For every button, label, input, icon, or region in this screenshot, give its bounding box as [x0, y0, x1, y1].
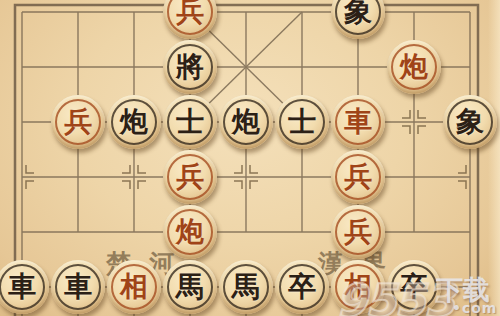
piece-black-elephant[interactable]: 象: [443, 95, 497, 149]
piece-red-cannon[interactable]: 炮: [163, 205, 217, 259]
piece-red-soldier[interactable]: 兵: [331, 150, 385, 204]
piece-red-soldier[interactable]: 兵: [331, 205, 385, 259]
piece-black-cannon[interactable]: 炮: [219, 95, 273, 149]
piece-black-horse[interactable]: 馬: [219, 260, 273, 314]
piece-black-elephant[interactable]: 象: [331, 0, 385, 39]
piece-black-horse[interactable]: 馬: [163, 260, 217, 314]
piece-red-soldier[interactable]: 兵: [51, 95, 105, 149]
piece-red-elephant[interactable]: 相: [331, 260, 385, 314]
piece-black-soldier[interactable]: 卒: [387, 260, 441, 314]
piece-black-general[interactable]: 將: [163, 40, 217, 94]
piece-black-cannon[interactable]: 炮: [107, 95, 161, 149]
piece-black-chariot[interactable]: 車: [51, 260, 105, 314]
piece-red-chariot[interactable]: 車: [331, 95, 385, 149]
piece-black-chariot[interactable]: 車: [0, 260, 49, 314]
piece-red-cannon[interactable]: 炮: [387, 40, 441, 94]
piece-black-soldier[interactable]: 卒: [275, 260, 329, 314]
pieces-layer: 兵象將炮兵炮士炮士車象兵兵炮兵車車相馬馬卒卒相: [0, 0, 500, 316]
piece-black-advisor[interactable]: 士: [163, 95, 217, 149]
piece-red-soldier[interactable]: 兵: [163, 0, 217, 39]
xiangqi-board[interactable]: 楚河 漢界 兵象將炮兵炮士炮士車象兵兵炮兵車車相馬馬卒卒相 9553 下载 •c…: [0, 0, 500, 316]
piece-red-elephant[interactable]: 相: [107, 260, 161, 314]
piece-black-advisor[interactable]: 士: [275, 95, 329, 149]
piece-red-soldier[interactable]: 兵: [163, 150, 217, 204]
